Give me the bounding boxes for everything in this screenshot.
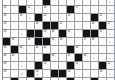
clue-number: 56 [100,70,103,73]
clue-number: 47 [68,54,71,57]
cell-r1-c12[interactable] [91,6,99,14]
clue-number: 53 [4,70,7,73]
clue-number: 34 [28,38,31,41]
clue-number: 11 [92,0,95,1]
cell-r8-c8[interactable] [59,62,67,70]
clue-number: 12 [100,0,103,1]
cell-r1-c10[interactable]: 17 [75,6,83,14]
cell-r10-c14[interactable] [107,78,115,80]
cell-r8-c7[interactable] [51,62,59,70]
clue-number: 28 [4,30,7,33]
clue-number: 2 [12,0,13,1]
cell-r3-c12[interactable]: 26 [91,22,99,30]
clue-number: 4 [28,0,29,1]
cell-r3-c10[interactable] [75,22,83,30]
clue-number: 52 [108,62,111,65]
cell-r10-c1[interactable] [3,78,11,80]
clue-number: 22 [100,14,103,17]
clue-number: 14 [4,6,7,9]
black-cell-r10-c5 [35,78,43,80]
cell-r1-c7[interactable] [51,6,59,14]
cell-r4-c13[interactable]: 32 [99,30,107,38]
cell-r8-c3[interactable]: · [19,62,27,70]
clue-number: 35 [52,38,55,41]
crossword-grid: 12345678910111213·14151617·1819·20212223… [2,0,115,80]
black-cell-r10-c9 [67,78,75,80]
cell-r1-c2[interactable] [11,6,19,14]
black-cell-r10-c2 [11,78,19,80]
cell-r10-c11[interactable] [83,78,91,80]
clue-number: 9 [76,0,77,1]
cell-r9-c1[interactable]: 53 [3,70,11,78]
clue-number: 24 [36,22,39,25]
pencil-mark-grey: · [109,72,111,77]
cell-r4-c1[interactable]: 28 [3,30,11,38]
clue-number: 55 [68,70,71,73]
cell-r8-c2[interactable] [11,62,19,70]
pencil-mark-grey: · [109,0,111,5]
cell-r10-c7[interactable] [51,78,59,80]
clue-number: 29 [44,30,47,33]
clue-number: 23 [4,22,7,25]
cell-r1-c11[interactable] [83,6,91,14]
clue-number: 8 [68,0,69,1]
cell-r4-c6[interactable]: 29 [43,30,51,38]
clue-number: 37 [84,38,87,41]
clue-number: 36 [60,38,63,41]
cell-r6-c4[interactable] [27,46,35,54]
cell-r6-c5[interactable]: 41 [35,46,43,54]
cell-r9-c6[interactable] [43,70,51,78]
clue-number: 1 [4,0,5,1]
cell-r9-c12[interactable] [91,70,99,78]
cell-r2-c2[interactable] [11,14,19,22]
cell-r8-c10[interactable]: 51 [75,62,83,70]
cell-r2-c13[interactable]: 22 [99,14,107,22]
clue-number: 45 [12,54,15,57]
clue-number: 43 [76,46,79,49]
clue-number: 50 [44,62,47,65]
clue-number: 19 [20,14,23,17]
clue-number: 44 [4,54,7,57]
cell-r10-c6[interactable] [43,78,51,80]
clue-number: 21 [68,14,71,17]
cell-r7-c2[interactable]: 45 [11,54,19,62]
cell-r7-c4[interactable] [27,54,35,62]
cell-r5-c4[interactable]: 34 [27,38,35,46]
cell-r4-c3[interactable]: · [19,30,27,38]
black-cell-r10-c12 [91,78,99,80]
clue-number: 46 [52,54,55,57]
cell-r7-c5[interactable] [35,54,43,62]
clue-number: 31 [68,30,71,33]
clue-number: 33 [12,38,15,41]
clue-number: 17 [76,6,79,9]
cell-r7-c13[interactable] [99,54,107,62]
cell-r10-c3[interactable] [19,78,27,80]
clue-number: 39 [4,46,7,49]
cell-r9-c2[interactable] [11,70,19,78]
black-cell-r9-c8 [59,70,67,78]
cell-r6-c13[interactable] [99,46,107,54]
clue-number: 20 [44,14,47,17]
pencil-mark-grey: · [109,40,111,45]
cell-r8-c14[interactable]: 52 [107,62,115,70]
clue-number: 5 [36,0,37,1]
cell-r2-c11[interactable] [83,14,91,22]
clue-number: 32 [100,30,103,33]
clue-number: 15 [28,6,31,9]
cell-r4-c9[interactable]: 31 [67,30,75,38]
cell-r5-c12[interactable]: 38 [91,38,99,46]
cell-r6-c10[interactable]: 43 [75,46,83,54]
cell-r9-c10[interactable] [75,70,83,78]
cell-r4-c10[interactable] [75,30,83,38]
cell-r6-c3[interactable]: 40 [19,46,27,54]
clue-number: 3 [20,0,21,1]
pencil-mark-grey: · [21,72,23,77]
cell-r9-c9[interactable]: 55 [67,70,75,78]
cell-r9-c13[interactable]: 56 [99,70,107,78]
cell-r2-c9[interactable]: 21 [67,14,75,22]
cell-r9-c5[interactable]: 54· [35,70,43,78]
pencil-mark-grey: · [109,56,111,61]
cell-r8-c11[interactable] [83,62,91,70]
cell-r1-c8[interactable] [59,6,67,14]
cell-r9-c14[interactable]: · [107,70,115,78]
cell-r3-c14[interactable]: 27 [107,22,115,30]
cell-r6-c14[interactable] [107,46,115,54]
cell-r1-c14[interactable]: · [107,6,115,14]
cell-r7-c11[interactable]: 48 [83,54,91,62]
cell-r8-c4[interactable] [27,62,35,70]
clue-number: 16 [44,6,47,9]
clue-number: 40 [20,46,23,49]
cell-r3-c4[interactable] [27,22,35,30]
cell-r5-c2[interactable]: 33 [11,38,19,46]
cell-r5-c11[interactable]: 37 [83,38,91,46]
cell-r2-c3[interactable]: 19 [19,14,27,22]
pencil-mark-teal: · [93,56,95,61]
black-cell-r4-c5 [35,30,43,38]
cell-r7-c12[interactable]: · [91,54,99,62]
clue-number: 51 [76,62,79,65]
cell-r3-c8[interactable]: 25 [59,22,67,30]
clue-number: 41 [36,46,39,49]
black-cell-r9-c4 [27,70,35,78]
cell-r6-c6[interactable]: 42 [43,46,51,54]
cell-r10-c4[interactable] [27,78,35,80]
pencil-mark-teal: · [21,32,23,37]
cell-r5-c14[interactable]: · [107,38,115,46]
cell-r3-c3[interactable] [19,22,27,30]
cell-r1-c4[interactable]: 15 [27,6,35,14]
cell-r2-c6[interactable]: 20 [43,14,51,22]
clue-number: 42 [44,46,47,49]
pencil-mark-grey: · [29,16,31,21]
cell-r8-c12[interactable] [91,62,99,70]
cell-r5-c9[interactable] [67,38,75,46]
pencil-mark-grey: · [21,64,23,69]
cell-r5-c8[interactable]: 36 [59,38,67,46]
clue-number: 7 [60,0,61,1]
cell-r10-c13[interactable] [99,78,107,80]
cell-r1-c5[interactable] [35,6,43,14]
cell-r6-c12[interactable] [91,46,99,54]
cell-r4-c14[interactable]: · [107,30,115,38]
pencil-mark-grey: · [109,8,111,13]
clue-number: 18 [4,14,7,17]
cell-r9-c3[interactable]: · [19,70,27,78]
cell-r7-c8[interactable] [59,54,67,62]
cell-r5-c13[interactable] [99,38,107,46]
black-cell-r9-c7 [51,70,59,78]
cell-r10-c10[interactable] [75,78,83,80]
cell-r3-c2[interactable] [11,22,19,30]
cell-r7-c9[interactable]: 47 [67,54,75,62]
cell-r2-c7[interactable] [51,14,59,22]
clue-number: 38 [92,38,95,41]
cell-r10-c8[interactable] [59,78,67,80]
clue-number: 10 [84,0,87,1]
clue-number: 25 [60,22,63,25]
clue-number: 6 [52,0,53,1]
cell-r3-c11[interactable] [83,22,91,30]
cell-r2-c4[interactable]: · [27,14,35,22]
cell-r7-c7[interactable]: 46 [51,54,59,62]
cell-r8-c6[interactable]: 50 [43,62,51,70]
clue-number: 27 [108,22,111,25]
cell-r9-c11[interactable] [83,70,91,78]
clue-number: 48 [84,54,87,57]
cell-r7-c3[interactable] [19,54,27,62]
clue-number: 30 [52,30,55,33]
clue-number: 49 [4,62,7,65]
clue-number: 26 [92,22,95,25]
pencil-mark-grey: · [109,32,111,37]
pencil-mark-red: · [37,72,39,77]
cell-r6-c8[interactable] [59,46,67,54]
cell-r5-c7[interactable]: 35 [51,38,59,46]
cell-r3-c5[interactable]: 24 [35,22,43,30]
cell-r2-c10[interactable] [75,14,83,22]
